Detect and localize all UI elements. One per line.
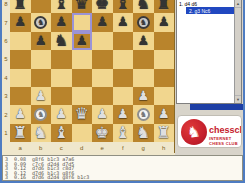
piece-bP-f7[interactable]: ♟: [117, 13, 129, 31]
square-b4[interactable]: [31, 69, 52, 87]
console-line-5: 3 0.16 d7d6 d2d4 g8f6 b1c3: [5, 175, 240, 180]
square-a1[interactable]: ♜: [10, 124, 31, 142]
square-c3[interactable]: [51, 87, 72, 105]
scroll-down-button[interactable]: ▼: [235, 95, 241, 103]
square-e1[interactable]: ♚: [92, 124, 113, 142]
square-c8[interactable]: ♝: [51, 0, 72, 13]
engine-console[interactable]: 3 0.08 g8f6 b1c3 a7a63 0.09 c7c6 d2d4 d7…: [2, 155, 243, 181]
rank-labels: 87654321: [2, 0, 10, 142]
scroll-up-button[interactable]: ▲: [235, 0, 241, 8]
square-g2[interactable]: ♞: [133, 105, 154, 123]
knight-swoosh-icon: ♞: [181, 119, 207, 145]
square-g3[interactable]: ♟: [133, 87, 154, 105]
square-b5[interactable]: [31, 50, 52, 68]
piece-bB-f8[interactable]: ♝: [116, 0, 130, 13]
square-c6[interactable]: ♞: [51, 32, 72, 50]
square-c1[interactable]: ♝: [51, 124, 72, 142]
square-d7[interactable]: [72, 13, 93, 31]
square-e2[interactable]: ♟: [92, 105, 113, 123]
piece-wN-g1[interactable]: ♞: [136, 124, 150, 142]
piece-bP-e7[interactable]: ♟: [96, 13, 108, 31]
piece-wDisc-g2[interactable]: ♞: [137, 108, 150, 121]
disc-knight-emblem: ♞: [37, 111, 44, 119]
piece-bK-e8[interactable]: ♚: [95, 0, 109, 13]
square-h4[interactable]: [154, 69, 175, 87]
logo-subtitle: INTERNET CHESS CLUB: [209, 136, 241, 146]
move-row-2[interactable]: 2. g3 Nc6: [186, 7, 241, 14]
piece-wB-c1[interactable]: ♝: [54, 124, 68, 142]
piece-wP-c2[interactable]: ♟: [55, 105, 67, 123]
piece-bDisc-g7[interactable]: ♞: [137, 16, 150, 29]
piece-wDisc-b2[interactable]: ♞: [34, 108, 47, 121]
file-label-h: h: [154, 142, 175, 153]
square-g4[interactable]: [133, 69, 154, 87]
move-row-1[interactable]: 1. d4 d6: [177, 0, 241, 7]
square-h7[interactable]: ♟: [154, 13, 175, 31]
square-f3[interactable]: [113, 87, 134, 105]
square-h3[interactable]: [154, 87, 175, 105]
file-label-strip: abcdefgh: [10, 142, 174, 153]
piece-bR-h8[interactable]: ♜: [157, 0, 171, 13]
square-a2[interactable]: ♟: [10, 105, 31, 123]
square-c2[interactable]: ♟: [51, 105, 72, 123]
piece-bP-b6[interactable]: ♟: [35, 32, 47, 50]
square-e5[interactable]: [92, 50, 113, 68]
square-f8[interactable]: ♝: [113, 0, 134, 13]
disc-knight-emblem: ♞: [37, 19, 44, 27]
square-b7[interactable]: ♞: [31, 13, 52, 31]
square-e4[interactable]: [92, 69, 113, 87]
piece-wR-h1[interactable]: ♜: [157, 124, 171, 142]
square-a4[interactable]: [10, 69, 31, 87]
square-h5[interactable]: [154, 50, 175, 68]
square-d8[interactable]: ♛: [72, 0, 93, 13]
disc-knight-emblem: ♞: [140, 111, 147, 119]
square-d5[interactable]: [72, 50, 93, 68]
square-f7[interactable]: ♟: [113, 13, 134, 31]
piece-bP-c7[interactable]: ♟: [55, 13, 67, 31]
move-list[interactable]: 1. d4 d62. g3 Nc6 ▲ ▼: [176, 0, 242, 104]
white-knight-icon: ♞: [186, 124, 201, 141]
square-h8[interactable]: ♜: [154, 0, 175, 13]
square-g8[interactable]: ♞: [133, 0, 154, 13]
piece-bP-g6[interactable]: ♟: [137, 32, 149, 50]
square-b8[interactable]: [31, 0, 52, 13]
file-label-c: c: [51, 142, 72, 153]
piece-wB-f1[interactable]: ♝: [116, 124, 130, 142]
square-f4[interactable]: [113, 69, 134, 87]
move-list-scrollbar[interactable]: ▲ ▼: [234, 0, 241, 103]
square-h2[interactable]: ♟: [154, 105, 175, 123]
board-squares: ♜♝♛♚♝♞♜♟♞♟♟♟♞♟♟♞♟♟♟♟♟♞♟♛♟♟♞♟♜♞♝♚♝♞♜: [10, 0, 174, 142]
file-label-e: e: [92, 142, 113, 153]
rank-label-6: 6: [2, 32, 10, 50]
square-f1[interactable]: ♝: [113, 124, 134, 142]
square-c7[interactable]: ♟: [51, 13, 72, 31]
square-b1[interactable]: ♞: [31, 124, 52, 142]
file-label-a: a: [10, 142, 31, 153]
piece-bDisc-b7[interactable]: ♞: [34, 16, 47, 29]
square-c5[interactable]: [51, 50, 72, 68]
square-d1[interactable]: [72, 124, 93, 142]
rank-label-7: 7: [2, 13, 10, 31]
piece-bQ-d8[interactable]: ♛: [75, 0, 89, 13]
piece-wP-f2[interactable]: ♟: [117, 105, 129, 123]
square-f6[interactable]: [113, 32, 134, 50]
file-label-b: b: [31, 142, 52, 153]
square-g6[interactable]: ♟: [133, 32, 154, 50]
file-label-d: d: [72, 142, 93, 153]
piece-bP-d6[interactable]: ♟: [76, 32, 88, 50]
chess-board[interactable]: ♜♝♛♚♝♞♜♟♞♟♟♟♞♟♟♞♟♟♟♟♟♞♟♛♟♟♞♟♜♞♝♚♝♞♜: [10, 0, 174, 142]
square-d3[interactable]: [72, 87, 93, 105]
square-e8[interactable]: ♚: [92, 0, 113, 13]
piece-bB-c8[interactable]: ♝: [54, 0, 68, 13]
piece-bR-a8[interactable]: ♜: [13, 0, 27, 13]
rank-label-strip: 87654321: [2, 0, 10, 142]
square-a5[interactable]: [10, 50, 31, 68]
rank-label-8: 8: [2, 0, 10, 13]
square-f2[interactable]: ♟: [113, 105, 134, 123]
square-g7[interactable]: ♞: [133, 13, 154, 31]
square-e3[interactable]: [92, 87, 113, 105]
piece-wQ-d2[interactable]: ♛: [75, 105, 89, 123]
piece-wP-h2[interactable]: ♟: [158, 105, 170, 123]
rank-label-4: 4: [2, 69, 10, 87]
square-d2[interactable]: ♛: [72, 105, 93, 123]
file-label-g: g: [133, 142, 154, 153]
rank-label-1: 1: [2, 124, 10, 142]
move-rows: 1. d4 d62. g3 Nc6: [177, 0, 241, 14]
square-b3[interactable]: ♟: [31, 87, 52, 105]
piece-wP-a2[interactable]: ♟: [14, 105, 26, 123]
rank-label-2: 2: [2, 105, 10, 123]
panel-divider-bar: [190, 104, 243, 110]
file-label-f: f: [113, 142, 134, 153]
piece-bN-g8[interactable]: ♞: [136, 0, 150, 13]
square-h1[interactable]: ♜: [154, 124, 175, 142]
logo-title: chessclub: [209, 125, 242, 135]
piece-wN-b1[interactable]: ♞: [34, 124, 48, 142]
piece-bP-h7[interactable]: ♟: [158, 13, 170, 31]
piece-wR-a1[interactable]: ♜: [13, 124, 27, 142]
square-a3[interactable]: [10, 87, 31, 105]
square-d6[interactable]: ♟: [72, 32, 93, 50]
piece-bP-a7[interactable]: ♟: [14, 13, 26, 31]
square-a7[interactable]: ♟: [10, 13, 31, 31]
square-d4[interactable]: [72, 69, 93, 87]
disc-knight-emblem: ♞: [140, 19, 147, 27]
square-e6[interactable]: [92, 32, 113, 50]
square-b6[interactable]: ♟: [31, 32, 52, 50]
piece-wP-b3[interactable]: ♟: [35, 87, 47, 105]
square-b2[interactable]: ♞: [31, 105, 52, 123]
square-e7[interactable]: ♟: [92, 13, 113, 31]
square-h6[interactable]: [154, 32, 175, 50]
label-corner: [2, 142, 10, 153]
square-a6[interactable]: [10, 32, 31, 50]
square-g1[interactable]: ♞: [133, 124, 154, 142]
square-a8[interactable]: ♜: [10, 0, 31, 13]
rank-label-3: 3: [2, 87, 10, 105]
chessclub-logo[interactable]: ♞ chessclub INTERNET CHESS CLUB: [177, 115, 242, 148]
piece-wP-g3[interactable]: ♟: [137, 87, 149, 105]
piece-wP-e2[interactable]: ♟: [96, 105, 108, 123]
square-g5[interactable]: [133, 50, 154, 68]
square-c4[interactable]: [51, 69, 72, 87]
rank-label-5: 5: [2, 50, 10, 68]
square-f5[interactable]: [113, 50, 134, 68]
piece-wK-e1[interactable]: ♚: [95, 124, 109, 142]
piece-bN-c6[interactable]: ♞: [54, 32, 68, 50]
